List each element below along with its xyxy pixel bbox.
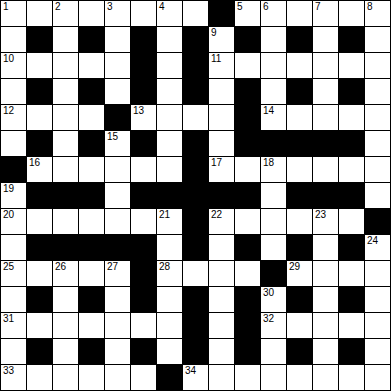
black-cell-r6c7 bbox=[183, 157, 209, 183]
cell-r3c2[interactable] bbox=[53, 79, 79, 105]
cell-r10c1[interactable] bbox=[27, 261, 53, 287]
cell-r9c6[interactable] bbox=[157, 235, 183, 261]
cell-r10c7[interactable] bbox=[183, 261, 209, 287]
clue-number-30: 30 bbox=[263, 287, 274, 299]
cell-r2c0[interactable]: 10 bbox=[1, 53, 27, 79]
cell-r6c8[interactable]: 17 bbox=[209, 157, 235, 183]
black-cell-r10c5 bbox=[131, 261, 157, 287]
black-cell-r1c5 bbox=[131, 27, 157, 53]
cell-r4c14[interactable] bbox=[365, 105, 391, 131]
black-cell-r5c1 bbox=[27, 131, 53, 157]
black-cell-r12c9 bbox=[235, 313, 261, 339]
clue-number-22: 22 bbox=[211, 209, 222, 221]
black-cell-r9c4 bbox=[105, 235, 131, 261]
cell-r3c8[interactable] bbox=[209, 79, 235, 105]
cell-r9c0[interactable] bbox=[1, 235, 27, 261]
cell-r10c6[interactable]: 28 bbox=[157, 261, 183, 287]
cell-r10c3[interactable] bbox=[79, 261, 105, 287]
black-cell-r3c9 bbox=[235, 79, 261, 105]
cell-r4c6[interactable] bbox=[157, 105, 183, 131]
black-cell-r6c0 bbox=[1, 157, 27, 183]
cell-r8c5[interactable] bbox=[131, 209, 157, 235]
cell-r14c13[interactable] bbox=[339, 365, 365, 391]
cell-r14c9[interactable] bbox=[235, 365, 261, 391]
cell-r13c10[interactable] bbox=[261, 339, 287, 365]
clue-number-13: 13 bbox=[133, 105, 144, 117]
clue-number-10: 10 bbox=[3, 53, 14, 65]
clue-number-18: 18 bbox=[263, 157, 274, 169]
black-cell-r5c11 bbox=[287, 131, 313, 157]
black-cell-r13c11 bbox=[287, 339, 313, 365]
cell-r8c12[interactable]: 23 bbox=[313, 209, 339, 235]
cell-r10c14[interactable] bbox=[365, 261, 391, 287]
cell-r2c10[interactable] bbox=[261, 53, 287, 79]
cell-r5c4[interactable]: 15 bbox=[105, 131, 131, 157]
cell-r14c0[interactable]: 33 bbox=[1, 365, 27, 391]
black-cell-r4c4 bbox=[105, 105, 131, 131]
cell-r14c10[interactable] bbox=[261, 365, 287, 391]
cell-r14c2[interactable] bbox=[53, 365, 79, 391]
black-cell-r9c2 bbox=[53, 235, 79, 261]
cell-r10c2[interactable]: 26 bbox=[53, 261, 79, 287]
black-cell-r11c3 bbox=[79, 287, 105, 313]
black-cell-r11c7 bbox=[183, 287, 209, 313]
cell-r0c7[interactable] bbox=[183, 1, 209, 27]
black-cell-r7c3 bbox=[79, 183, 105, 209]
cell-r12c6[interactable] bbox=[157, 313, 183, 339]
cell-r1c10[interactable] bbox=[261, 27, 287, 53]
cell-r11c6[interactable] bbox=[157, 287, 183, 313]
black-cell-r1c11 bbox=[287, 27, 313, 53]
cell-r5c8[interactable] bbox=[209, 131, 235, 157]
cell-r8c11[interactable] bbox=[287, 209, 313, 235]
cell-r14c3[interactable] bbox=[79, 365, 105, 391]
black-cell-r7c11 bbox=[287, 183, 313, 209]
cell-r2c8[interactable]: 11 bbox=[209, 53, 235, 79]
cell-r0c3[interactable] bbox=[79, 1, 105, 27]
clue-number-21: 21 bbox=[159, 209, 170, 221]
cell-r8c2[interactable] bbox=[53, 209, 79, 235]
cell-r8c1[interactable] bbox=[27, 209, 53, 235]
black-cell-r5c7 bbox=[183, 131, 209, 157]
cell-r7c14[interactable] bbox=[365, 183, 391, 209]
cell-r9c10[interactable] bbox=[261, 235, 287, 261]
cell-r7c10[interactable] bbox=[261, 183, 287, 209]
cell-r6c3[interactable] bbox=[79, 157, 105, 183]
cell-r4c0[interactable]: 12 bbox=[1, 105, 27, 131]
black-cell-r13c5 bbox=[131, 339, 157, 365]
cell-r11c14[interactable] bbox=[365, 287, 391, 313]
cell-r0c4[interactable]: 3 bbox=[105, 1, 131, 27]
cell-r0c9[interactable]: 5 bbox=[235, 1, 261, 27]
cell-r4c5[interactable]: 13 bbox=[131, 105, 157, 131]
cell-r11c0[interactable] bbox=[1, 287, 27, 313]
black-cell-r3c7 bbox=[183, 79, 209, 105]
black-cell-r9c13 bbox=[339, 235, 365, 261]
black-cell-r1c13 bbox=[339, 27, 365, 53]
cell-r13c4[interactable] bbox=[105, 339, 131, 365]
cell-r10c12[interactable] bbox=[313, 261, 339, 287]
black-cell-r0c8 bbox=[209, 1, 235, 27]
cell-r3c6[interactable] bbox=[157, 79, 183, 105]
cell-r1c4[interactable] bbox=[105, 27, 131, 53]
cell-r8c6[interactable]: 21 bbox=[157, 209, 183, 235]
clue-number-7: 7 bbox=[315, 1, 321, 13]
cell-r8c8[interactable]: 22 bbox=[209, 209, 235, 235]
cell-r13c8[interactable] bbox=[209, 339, 235, 365]
clue-number-8: 8 bbox=[367, 1, 373, 13]
cell-r0c5[interactable] bbox=[131, 1, 157, 27]
cell-r1c12[interactable] bbox=[313, 27, 339, 53]
cell-r14c11[interactable] bbox=[287, 365, 313, 391]
cell-r3c10[interactable] bbox=[261, 79, 287, 105]
cell-r8c3[interactable] bbox=[79, 209, 105, 235]
cell-r6c9[interactable] bbox=[235, 157, 261, 183]
clue-number-27: 27 bbox=[107, 261, 118, 273]
cell-r0c2[interactable]: 2 bbox=[53, 1, 79, 27]
clue-number-24: 24 bbox=[367, 235, 378, 247]
cell-r1c6[interactable] bbox=[157, 27, 183, 53]
cell-r12c5[interactable] bbox=[131, 313, 157, 339]
cell-r12c3[interactable] bbox=[79, 313, 105, 339]
clue-number-12: 12 bbox=[3, 105, 14, 117]
cell-r6c14[interactable] bbox=[365, 157, 391, 183]
cell-r4c7[interactable] bbox=[183, 105, 209, 131]
cell-r5c14[interactable] bbox=[365, 131, 391, 157]
clue-number-28: 28 bbox=[159, 261, 170, 273]
cell-r2c1[interactable] bbox=[27, 53, 53, 79]
cell-r10c4[interactable]: 27 bbox=[105, 261, 131, 287]
cell-r4c1[interactable] bbox=[27, 105, 53, 131]
black-cell-r3c13 bbox=[339, 79, 365, 105]
cell-r13c12[interactable] bbox=[313, 339, 339, 365]
cell-r14c4[interactable] bbox=[105, 365, 131, 391]
cell-r12c2[interactable] bbox=[53, 313, 79, 339]
cell-r14c14[interactable] bbox=[365, 365, 391, 391]
cell-r0c0[interactable]: 1 bbox=[1, 1, 27, 27]
cell-r12c14[interactable] bbox=[365, 313, 391, 339]
black-cell-r5c3 bbox=[79, 131, 105, 157]
cell-r8c4[interactable] bbox=[105, 209, 131, 235]
cell-r5c0[interactable] bbox=[1, 131, 27, 157]
cell-r3c0[interactable] bbox=[1, 79, 27, 105]
cell-r2c4[interactable] bbox=[105, 53, 131, 79]
black-cell-r8c7 bbox=[183, 209, 209, 235]
clue-number-32: 32 bbox=[263, 313, 274, 325]
cell-r8c0[interactable]: 20 bbox=[1, 209, 27, 235]
clue-number-11: 11 bbox=[211, 53, 221, 65]
cell-r6c4[interactable] bbox=[105, 157, 131, 183]
cell-r2c6[interactable] bbox=[157, 53, 183, 79]
black-cell-r1c7 bbox=[183, 27, 209, 53]
cell-r2c9[interactable] bbox=[235, 53, 261, 79]
cell-r0c14[interactable]: 8 bbox=[365, 1, 391, 27]
cell-r4c8[interactable] bbox=[209, 105, 235, 131]
black-cell-r13c3 bbox=[79, 339, 105, 365]
cell-r11c12[interactable] bbox=[313, 287, 339, 313]
cell-r10c8[interactable] bbox=[209, 261, 235, 287]
cell-r14c8[interactable] bbox=[209, 365, 235, 391]
clue-number-34: 34 bbox=[185, 365, 196, 377]
black-cell-r8c14 bbox=[365, 209, 391, 235]
cell-r10c11[interactable]: 29 bbox=[287, 261, 313, 287]
black-cell-r11c13 bbox=[339, 287, 365, 313]
cell-r12c11[interactable] bbox=[287, 313, 313, 339]
clue-number-19: 19 bbox=[3, 183, 14, 195]
cell-r13c6[interactable] bbox=[157, 339, 183, 365]
cell-r3c14[interactable] bbox=[365, 79, 391, 105]
cell-r1c8[interactable]: 9 bbox=[209, 27, 235, 53]
black-cell-r9c9 bbox=[235, 235, 261, 261]
cell-r13c0[interactable] bbox=[1, 339, 27, 365]
cell-r0c10[interactable]: 6 bbox=[261, 1, 287, 27]
cell-r2c3[interactable] bbox=[79, 53, 105, 79]
black-cell-r7c12 bbox=[313, 183, 339, 209]
clue-number-1: 1 bbox=[3, 1, 9, 13]
clue-number-20: 20 bbox=[3, 209, 14, 221]
cell-r6c6[interactable] bbox=[157, 157, 183, 183]
cell-r7c0[interactable]: 19 bbox=[1, 183, 27, 209]
cell-r4c11[interactable] bbox=[287, 105, 313, 131]
black-cell-r7c5 bbox=[131, 183, 157, 209]
black-cell-r13c7 bbox=[183, 339, 209, 365]
cell-r8c9[interactable] bbox=[235, 209, 261, 235]
crossword-board: 1234567891011121314151617181920212223242… bbox=[0, 0, 391, 391]
clue-number-5: 5 bbox=[237, 1, 243, 13]
cell-r12c8[interactable] bbox=[209, 313, 235, 339]
black-cell-r5c9 bbox=[235, 131, 261, 157]
clue-number-17: 17 bbox=[211, 157, 222, 169]
clue-number-15: 15 bbox=[107, 131, 118, 143]
cell-r10c13[interactable] bbox=[339, 261, 365, 287]
black-cell-r3c3 bbox=[79, 79, 105, 105]
black-cell-r2c7 bbox=[183, 53, 209, 79]
cell-r3c4[interactable] bbox=[105, 79, 131, 105]
cell-r11c2[interactable] bbox=[53, 287, 79, 313]
black-cell-r7c13 bbox=[339, 183, 365, 209]
cell-r2c2[interactable] bbox=[53, 53, 79, 79]
cell-r11c8[interactable] bbox=[209, 287, 235, 313]
cell-r9c12[interactable] bbox=[313, 235, 339, 261]
black-cell-r13c9 bbox=[235, 339, 261, 365]
black-cell-r14c6 bbox=[157, 365, 183, 391]
clue-number-14: 14 bbox=[263, 105, 274, 117]
cell-r8c13[interactable] bbox=[339, 209, 365, 235]
cell-r7c4[interactable] bbox=[105, 183, 131, 209]
black-cell-r9c5 bbox=[131, 235, 157, 261]
cell-r4c10[interactable]: 14 bbox=[261, 105, 287, 131]
cell-r6c5[interactable] bbox=[131, 157, 157, 183]
black-cell-r5c10 bbox=[261, 131, 287, 157]
clue-number-31: 31 bbox=[3, 313, 14, 325]
black-cell-r1c1 bbox=[27, 27, 53, 53]
cell-r2c11[interactable] bbox=[287, 53, 313, 79]
black-cell-r5c5 bbox=[131, 131, 157, 157]
cell-r6c2[interactable] bbox=[53, 157, 79, 183]
black-cell-r9c7 bbox=[183, 235, 209, 261]
cell-r2c14[interactable] bbox=[365, 53, 391, 79]
black-cell-r13c13 bbox=[339, 339, 365, 365]
cell-r0c12[interactable]: 7 bbox=[313, 1, 339, 27]
cell-r9c8[interactable] bbox=[209, 235, 235, 261]
black-cell-r9c1 bbox=[27, 235, 53, 261]
cell-r14c1[interactable] bbox=[27, 365, 53, 391]
black-cell-r3c5 bbox=[131, 79, 157, 105]
cell-r14c5[interactable] bbox=[131, 365, 157, 391]
cell-r4c12[interactable] bbox=[313, 105, 339, 131]
black-cell-r5c13 bbox=[339, 131, 365, 157]
cell-r12c0[interactable]: 31 bbox=[1, 313, 27, 339]
black-cell-r7c6 bbox=[157, 183, 183, 209]
black-cell-r1c3 bbox=[79, 27, 105, 53]
cell-r1c2[interactable] bbox=[53, 27, 79, 53]
cell-r8c10[interactable] bbox=[261, 209, 287, 235]
clue-number-16: 16 bbox=[29, 157, 40, 169]
cell-r14c7[interactable]: 34 bbox=[183, 365, 209, 391]
black-cell-r11c11 bbox=[287, 287, 313, 313]
cell-r0c11[interactable] bbox=[287, 1, 313, 27]
clue-number-3: 3 bbox=[107, 1, 113, 13]
clue-number-6: 6 bbox=[263, 1, 269, 13]
cell-r13c14[interactable] bbox=[365, 339, 391, 365]
black-cell-r7c2 bbox=[53, 183, 79, 209]
cell-r4c13[interactable] bbox=[339, 105, 365, 131]
cell-r5c6[interactable] bbox=[157, 131, 183, 157]
black-cell-r11c5 bbox=[131, 287, 157, 313]
black-cell-r7c1 bbox=[27, 183, 53, 209]
cell-r4c2[interactable] bbox=[53, 105, 79, 131]
black-cell-r7c7 bbox=[183, 183, 209, 209]
cell-r11c10[interactable]: 30 bbox=[261, 287, 287, 313]
cell-r6c1[interactable]: 16 bbox=[27, 157, 53, 183]
cell-r1c14[interactable] bbox=[365, 27, 391, 53]
cell-r12c12[interactable] bbox=[313, 313, 339, 339]
black-cell-r1c9 bbox=[235, 27, 261, 53]
cell-r0c6[interactable]: 4 bbox=[157, 1, 183, 27]
cell-r2c12[interactable] bbox=[313, 53, 339, 79]
cell-r2c13[interactable] bbox=[339, 53, 365, 79]
clue-number-33: 33 bbox=[3, 365, 14, 377]
cell-r9c14[interactable]: 24 bbox=[365, 235, 391, 261]
clue-number-9: 9 bbox=[211, 27, 217, 39]
clue-number-4: 4 bbox=[159, 1, 165, 13]
cell-r10c0[interactable]: 25 bbox=[1, 261, 27, 287]
black-cell-r7c9 bbox=[235, 183, 261, 209]
cell-r6c12[interactable] bbox=[313, 157, 339, 183]
black-cell-r5c12 bbox=[313, 131, 339, 157]
black-cell-r3c11 bbox=[287, 79, 313, 105]
black-cell-r2c5 bbox=[131, 53, 157, 79]
clue-number-2: 2 bbox=[55, 1, 61, 13]
cell-r0c13[interactable] bbox=[339, 1, 365, 27]
black-cell-r9c3 bbox=[79, 235, 105, 261]
cell-r6c13[interactable] bbox=[339, 157, 365, 183]
cell-r14c12[interactable] bbox=[313, 365, 339, 391]
clue-number-26: 26 bbox=[55, 261, 66, 273]
cell-r5c2[interactable] bbox=[53, 131, 79, 157]
black-cell-r4c9 bbox=[235, 105, 261, 131]
cell-r6c10[interactable]: 18 bbox=[261, 157, 287, 183]
cell-r12c1[interactable] bbox=[27, 313, 53, 339]
cell-r1c0[interactable] bbox=[1, 27, 27, 53]
cell-r6c11[interactable] bbox=[287, 157, 313, 183]
cell-r0c1[interactable] bbox=[27, 1, 53, 27]
cell-r12c10[interactable]: 32 bbox=[261, 313, 287, 339]
black-cell-r13c1 bbox=[27, 339, 53, 365]
cell-r12c13[interactable] bbox=[339, 313, 365, 339]
black-cell-r11c9 bbox=[235, 287, 261, 313]
cell-r13c2[interactable] bbox=[53, 339, 79, 365]
black-cell-r3c1 bbox=[27, 79, 53, 105]
black-cell-r7c8 bbox=[209, 183, 235, 209]
clue-number-23: 23 bbox=[315, 209, 326, 221]
cell-r10c9[interactable] bbox=[235, 261, 261, 287]
black-cell-r12c7 bbox=[183, 313, 209, 339]
cell-r3c12[interactable] bbox=[313, 79, 339, 105]
cell-r12c4[interactable] bbox=[105, 313, 131, 339]
cell-r11c4[interactable] bbox=[105, 287, 131, 313]
clue-number-29: 29 bbox=[289, 261, 300, 273]
black-cell-r10c10 bbox=[261, 261, 287, 287]
black-cell-r11c1 bbox=[27, 287, 53, 313]
clue-number-25: 25 bbox=[3, 261, 14, 273]
black-cell-r9c11 bbox=[287, 235, 313, 261]
cell-r4c3[interactable] bbox=[79, 105, 105, 131]
